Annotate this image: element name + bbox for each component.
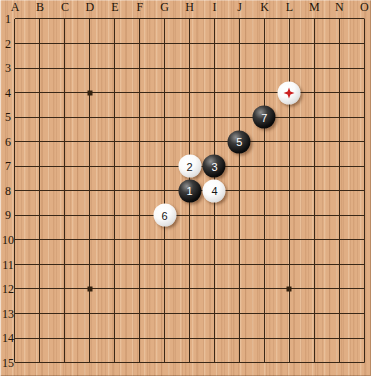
intersection-A6[interactable]	[3, 129, 28, 154]
intersection-J11[interactable]	[227, 252, 252, 277]
intersection-A15[interactable]	[3, 350, 28, 375]
intersection-B3[interactable]	[27, 56, 52, 81]
intersection-D9[interactable]	[77, 203, 102, 228]
intersection-I11[interactable]	[202, 252, 227, 277]
intersection-M2[interactable]	[302, 31, 327, 56]
intersection-H11[interactable]	[177, 252, 202, 277]
intersection-E14[interactable]	[102, 326, 127, 351]
intersection-E13[interactable]	[102, 301, 127, 326]
intersection-I7[interactable]: 3	[202, 154, 227, 179]
move-number: 3	[211, 160, 217, 172]
intersection-E11[interactable]	[102, 252, 127, 277]
intersection-G5[interactable]	[152, 105, 177, 130]
intersection-M5[interactable]	[302, 105, 327, 130]
intersection-O15[interactable]	[352, 350, 371, 375]
intersection-G10[interactable]	[152, 228, 177, 253]
intersection-K3[interactable]	[252, 56, 277, 81]
intersection-F12[interactable]	[127, 277, 152, 302]
stone-white-G9: 6	[153, 204, 176, 227]
intersection-J13[interactable]	[227, 301, 252, 326]
intersection-J12[interactable]	[227, 277, 252, 302]
intersection-I15[interactable]	[202, 350, 227, 375]
intersection-F9[interactable]	[127, 203, 152, 228]
intersection-N6[interactable]	[327, 129, 352, 154]
stone-white-L4	[278, 81, 301, 104]
intersection-L10[interactable]	[277, 228, 302, 253]
intersection-O8[interactable]	[352, 179, 371, 204]
intersection-G2[interactable]	[152, 31, 177, 56]
intersection-L6[interactable]	[277, 129, 302, 154]
intersection-C1[interactable]	[52, 7, 77, 32]
intersection-F2[interactable]	[127, 31, 152, 56]
intersection-I8[interactable]: 4	[202, 179, 227, 204]
intersection-H9[interactable]	[177, 203, 202, 228]
intersection-L15[interactable]	[277, 350, 302, 375]
intersection-N15[interactable]	[327, 350, 352, 375]
intersection-H10[interactable]	[177, 228, 202, 253]
intersection-D15[interactable]	[77, 350, 102, 375]
intersection-L14[interactable]	[277, 326, 302, 351]
intersection-F4[interactable]	[127, 80, 152, 105]
intersection-N1[interactable]	[327, 7, 352, 32]
intersection-C15[interactable]	[52, 350, 77, 375]
star-point-L12	[287, 286, 292, 291]
intersection-N14[interactable]	[327, 326, 352, 351]
intersection-L9[interactable]	[277, 203, 302, 228]
intersection-D8[interactable]	[77, 179, 102, 204]
intersection-I13[interactable]	[202, 301, 227, 326]
move-number: 6	[162, 209, 168, 221]
intersection-A8[interactable]	[3, 179, 28, 204]
intersection-F10[interactable]	[127, 228, 152, 253]
intersection-L7[interactable]	[277, 154, 302, 179]
intersection-F11[interactable]	[127, 252, 152, 277]
intersection-G4[interactable]	[152, 80, 177, 105]
intersection-J1[interactable]	[227, 7, 252, 32]
intersection-D13[interactable]	[77, 301, 102, 326]
intersection-K1[interactable]	[252, 7, 277, 32]
intersection-C13[interactable]	[52, 301, 77, 326]
intersection-J4[interactable]	[227, 80, 252, 105]
board-grid[interactable]: 7523146	[3, 7, 371, 375]
intersection-A1[interactable]	[3, 7, 28, 32]
intersection-B4[interactable]	[27, 80, 52, 105]
intersection-E1[interactable]	[102, 7, 127, 32]
intersection-N11[interactable]	[327, 252, 352, 277]
stone-black-I7: 3	[203, 155, 226, 178]
intersection-A14[interactable]	[3, 326, 28, 351]
star-point-D12	[87, 286, 92, 291]
intersection-O12[interactable]	[352, 277, 371, 302]
intersection-F15[interactable]	[127, 350, 152, 375]
intersection-E5[interactable]	[102, 105, 127, 130]
move-number: 5	[236, 136, 242, 148]
intersection-D10[interactable]	[77, 228, 102, 253]
intersection-G12[interactable]	[152, 277, 177, 302]
intersection-C9[interactable]	[52, 203, 77, 228]
intersection-N3[interactable]	[327, 56, 352, 81]
intersection-G11[interactable]	[152, 252, 177, 277]
intersection-H13[interactable]	[177, 301, 202, 326]
intersection-M3[interactable]	[302, 56, 327, 81]
intersection-D1[interactable]	[77, 7, 102, 32]
intersection-N2[interactable]	[327, 31, 352, 56]
move-number: 7	[261, 111, 267, 123]
intersection-G13[interactable]	[152, 301, 177, 326]
intersection-G8[interactable]	[152, 179, 177, 204]
intersection-O2[interactable]	[352, 31, 371, 56]
intersection-B14[interactable]	[27, 326, 52, 351]
intersection-E3[interactable]	[102, 56, 127, 81]
intersection-F1[interactable]	[127, 7, 152, 32]
intersection-D2[interactable]	[77, 31, 102, 56]
intersection-B6[interactable]	[27, 129, 52, 154]
intersection-D11[interactable]	[77, 252, 102, 277]
intersection-I6[interactable]	[202, 129, 227, 154]
intersection-H2[interactable]	[177, 31, 202, 56]
intersection-L11[interactable]	[277, 252, 302, 277]
intersection-C11[interactable]	[52, 252, 77, 277]
intersection-N8[interactable]	[327, 179, 352, 204]
last-move-marker-icon	[283, 86, 296, 99]
intersection-D5[interactable]	[77, 105, 102, 130]
move-number: 2	[186, 160, 192, 172]
intersection-G3[interactable]	[152, 56, 177, 81]
intersection-C10[interactable]	[52, 228, 77, 253]
intersection-J2[interactable]	[227, 31, 252, 56]
intersection-D12[interactable]	[77, 277, 102, 302]
intersection-O7[interactable]	[352, 154, 371, 179]
intersection-F8[interactable]	[127, 179, 152, 204]
intersection-N5[interactable]	[327, 105, 352, 130]
intersection-B1[interactable]	[27, 7, 52, 32]
intersection-H14[interactable]	[177, 326, 202, 351]
intersection-A10[interactable]	[3, 228, 28, 253]
intersection-F13[interactable]	[127, 301, 152, 326]
intersection-L1[interactable]	[277, 7, 302, 32]
intersection-K6[interactable]	[252, 129, 277, 154]
intersection-C6[interactable]	[52, 129, 77, 154]
intersection-J10[interactable]	[227, 228, 252, 253]
star-point-D4	[87, 90, 92, 95]
intersection-K4[interactable]	[252, 80, 277, 105]
intersection-O11[interactable]	[352, 252, 371, 277]
intersection-F5[interactable]	[127, 105, 152, 130]
intersection-N4[interactable]	[327, 80, 352, 105]
intersection-B5[interactable]	[27, 105, 52, 130]
intersection-E4[interactable]	[102, 80, 127, 105]
intersection-I4[interactable]	[202, 80, 227, 105]
intersection-K7[interactable]	[252, 154, 277, 179]
intersection-I3[interactable]	[202, 56, 227, 81]
intersection-G9[interactable]: 6	[152, 203, 177, 228]
intersection-B8[interactable]	[27, 179, 52, 204]
intersection-B10[interactable]	[27, 228, 52, 253]
intersection-M7[interactable]	[302, 154, 327, 179]
intersection-L12[interactable]	[277, 277, 302, 302]
intersection-M6[interactable]	[302, 129, 327, 154]
intersection-J5[interactable]	[227, 105, 252, 130]
intersection-B2[interactable]	[27, 31, 52, 56]
intersection-E12[interactable]	[102, 277, 127, 302]
intersection-M12[interactable]	[302, 277, 327, 302]
intersection-N9[interactable]	[327, 203, 352, 228]
intersection-O14[interactable]	[352, 326, 371, 351]
intersection-C5[interactable]	[52, 105, 77, 130]
intersection-H12[interactable]	[177, 277, 202, 302]
intersection-B7[interactable]	[27, 154, 52, 179]
intersection-F6[interactable]	[127, 129, 152, 154]
intersection-M13[interactable]	[302, 301, 327, 326]
intersection-M4[interactable]	[302, 80, 327, 105]
intersection-M10[interactable]	[302, 228, 327, 253]
intersection-K15[interactable]	[252, 350, 277, 375]
intersection-E8[interactable]	[102, 179, 127, 204]
intersection-F3[interactable]	[127, 56, 152, 81]
intersection-A12[interactable]	[3, 277, 28, 302]
intersection-J3[interactable]	[227, 56, 252, 81]
intersection-K8[interactable]	[252, 179, 277, 204]
intersection-A13[interactable]	[3, 301, 28, 326]
intersection-M15[interactable]	[302, 350, 327, 375]
intersection-K13[interactable]	[252, 301, 277, 326]
intersection-I14[interactable]	[202, 326, 227, 351]
intersection-B9[interactable]	[27, 203, 52, 228]
intersection-O10[interactable]	[352, 228, 371, 253]
intersection-L5[interactable]	[277, 105, 302, 130]
intersection-C7[interactable]	[52, 154, 77, 179]
intersection-A7[interactable]	[3, 154, 28, 179]
intersection-L8[interactable]	[277, 179, 302, 204]
intersection-L3[interactable]	[277, 56, 302, 81]
intersection-O1[interactable]	[352, 7, 371, 32]
intersection-G14[interactable]	[152, 326, 177, 351]
intersection-C14[interactable]	[52, 326, 77, 351]
intersection-J14[interactable]	[227, 326, 252, 351]
intersection-K14[interactable]	[252, 326, 277, 351]
intersection-M8[interactable]	[302, 179, 327, 204]
intersection-D14[interactable]	[77, 326, 102, 351]
intersection-O3[interactable]	[352, 56, 371, 81]
intersection-O9[interactable]	[352, 203, 371, 228]
intersection-M14[interactable]	[302, 326, 327, 351]
intersection-K12[interactable]	[252, 277, 277, 302]
intersection-L13[interactable]	[277, 301, 302, 326]
intersection-C4[interactable]	[52, 80, 77, 105]
intersection-K10[interactable]	[252, 228, 277, 253]
stone-black-K5: 7	[253, 106, 276, 129]
intersection-E15[interactable]	[102, 350, 127, 375]
intersection-F7[interactable]	[127, 154, 152, 179]
intersection-A2[interactable]	[3, 31, 28, 56]
intersection-I10[interactable]	[202, 228, 227, 253]
intersection-C3[interactable]	[52, 56, 77, 81]
intersection-B13[interactable]	[27, 301, 52, 326]
intersection-M1[interactable]	[302, 7, 327, 32]
intersection-B15[interactable]	[27, 350, 52, 375]
intersection-K11[interactable]	[252, 252, 277, 277]
intersection-D7[interactable]	[77, 154, 102, 179]
intersection-I9[interactable]	[202, 203, 227, 228]
stone-white-I8: 4	[203, 179, 226, 202]
intersection-J7[interactable]	[227, 154, 252, 179]
intersection-J8[interactable]	[227, 179, 252, 204]
intersection-H4[interactable]	[177, 80, 202, 105]
intersection-B11[interactable]	[27, 252, 52, 277]
intersection-M11[interactable]	[302, 252, 327, 277]
intersection-G7[interactable]	[152, 154, 177, 179]
intersection-J9[interactable]	[227, 203, 252, 228]
stone-black-J6: 5	[228, 130, 251, 153]
intersection-N13[interactable]	[327, 301, 352, 326]
intersection-H8[interactable]: 1	[177, 179, 202, 204]
stone-white-H7: 2	[178, 155, 201, 178]
intersection-M9[interactable]	[302, 203, 327, 228]
intersection-N7[interactable]	[327, 154, 352, 179]
intersection-D4[interactable]	[77, 80, 102, 105]
intersection-N12[interactable]	[327, 277, 352, 302]
intersection-C2[interactable]	[52, 31, 77, 56]
intersection-K9[interactable]	[252, 203, 277, 228]
intersection-E10[interactable]	[102, 228, 127, 253]
intersection-I5[interactable]	[202, 105, 227, 130]
intersection-K2[interactable]	[252, 31, 277, 56]
intersection-E9[interactable]	[102, 203, 127, 228]
intersection-I2[interactable]	[202, 31, 227, 56]
intersection-N10[interactable]	[327, 228, 352, 253]
move-number: 1	[186, 185, 192, 197]
intersection-H6[interactable]	[177, 129, 202, 154]
intersection-G15[interactable]	[152, 350, 177, 375]
goban: 7523146 ABCDEFGHIJKLMNO 1234567891011121…	[0, 0, 371, 376]
intersection-H7[interactable]: 2	[177, 154, 202, 179]
intersection-D3[interactable]	[77, 56, 102, 81]
intersection-J6[interactable]: 5	[227, 129, 252, 154]
intersection-K5[interactable]: 7	[252, 105, 277, 130]
intersection-L2[interactable]	[277, 31, 302, 56]
intersection-H1[interactable]	[177, 7, 202, 32]
intersection-C12[interactable]	[52, 277, 77, 302]
intersection-A3[interactable]	[3, 56, 28, 81]
intersection-B12[interactable]	[27, 277, 52, 302]
intersection-G1[interactable]	[152, 7, 177, 32]
intersection-A9[interactable]	[3, 203, 28, 228]
intersection-I12[interactable]	[202, 277, 227, 302]
intersection-E7[interactable]	[102, 154, 127, 179]
move-number: 4	[211, 185, 217, 197]
intersection-J15[interactable]	[227, 350, 252, 375]
intersection-E6[interactable]	[102, 129, 127, 154]
intersection-A5[interactable]	[3, 105, 28, 130]
intersection-H5[interactable]	[177, 105, 202, 130]
intersection-D6[interactable]	[77, 129, 102, 154]
intersection-C8[interactable]	[52, 179, 77, 204]
intersection-H15[interactable]	[177, 350, 202, 375]
intersection-A4[interactable]	[3, 80, 28, 105]
intersection-A11[interactable]	[3, 252, 28, 277]
intersection-O13[interactable]	[352, 301, 371, 326]
intersection-H3[interactable]	[177, 56, 202, 81]
intersection-O4[interactable]	[352, 80, 371, 105]
intersection-O5[interactable]	[352, 105, 371, 130]
intersection-F14[interactable]	[127, 326, 152, 351]
stone-black-H8: 1	[178, 179, 201, 202]
intersection-L4[interactable]	[277, 80, 302, 105]
intersection-E2[interactable]	[102, 31, 127, 56]
intersection-I1[interactable]	[202, 7, 227, 32]
intersection-O6[interactable]	[352, 129, 371, 154]
intersection-G6[interactable]	[152, 129, 177, 154]
